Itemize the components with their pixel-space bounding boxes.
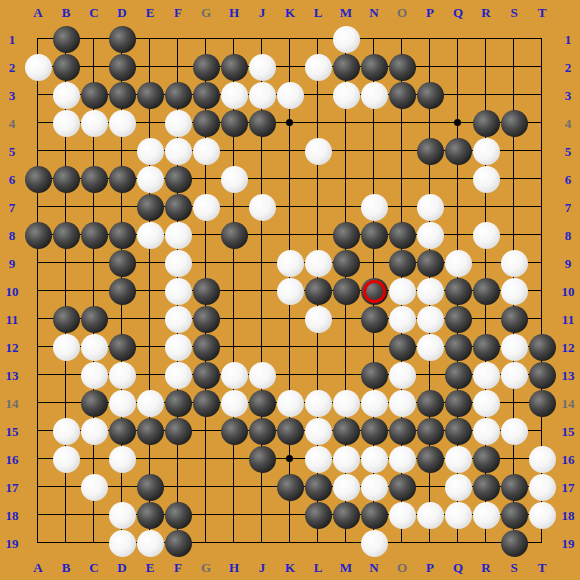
intersection-G8[interactable] (192, 221, 220, 249)
intersection-E6[interactable] (136, 165, 164, 193)
intersection-P12[interactable] (416, 333, 444, 361)
intersection-Q19[interactable] (444, 529, 472, 557)
intersection-C10[interactable] (80, 277, 108, 305)
intersection-R2[interactable] (472, 53, 500, 81)
intersection-E13[interactable] (136, 361, 164, 389)
intersection-T10[interactable] (528, 277, 556, 305)
intersection-Q14[interactable] (444, 389, 472, 417)
intersection-T15[interactable] (528, 417, 556, 445)
intersection-D6[interactable] (108, 165, 136, 193)
intersection-E19[interactable] (136, 529, 164, 557)
intersection-T18[interactable] (528, 501, 556, 529)
intersection-L14[interactable] (304, 389, 332, 417)
intersection-G14[interactable] (192, 389, 220, 417)
intersection-R9[interactable] (472, 249, 500, 277)
intersection-A18[interactable] (24, 501, 52, 529)
intersection-S14[interactable] (500, 389, 528, 417)
intersection-F6[interactable] (164, 165, 192, 193)
intersection-C11[interactable] (80, 305, 108, 333)
intersection-L16[interactable] (304, 445, 332, 473)
intersection-F14[interactable] (164, 389, 192, 417)
intersection-H8[interactable] (220, 221, 248, 249)
intersection-M17[interactable] (332, 473, 360, 501)
intersection-O8[interactable] (388, 221, 416, 249)
intersection-H7[interactable] (220, 193, 248, 221)
intersection-Q13[interactable] (444, 361, 472, 389)
intersection-O5[interactable] (388, 137, 416, 165)
intersection-F4[interactable] (164, 109, 192, 137)
intersection-M3[interactable] (332, 81, 360, 109)
intersection-A5[interactable] (24, 137, 52, 165)
intersection-S18[interactable] (500, 501, 528, 529)
intersection-F3[interactable] (164, 81, 192, 109)
intersection-G6[interactable] (192, 165, 220, 193)
intersection-L5[interactable] (304, 137, 332, 165)
intersection-A15[interactable] (24, 417, 52, 445)
intersection-A7[interactable] (24, 193, 52, 221)
intersection-E18[interactable] (136, 501, 164, 529)
intersection-K14[interactable] (276, 389, 304, 417)
intersection-M7[interactable] (332, 193, 360, 221)
intersection-D19[interactable] (108, 529, 136, 557)
intersection-B17[interactable] (52, 473, 80, 501)
intersection-B3[interactable] (52, 81, 80, 109)
intersection-F1[interactable] (164, 25, 192, 53)
intersection-Q4[interactable] (444, 109, 472, 137)
intersection-L8[interactable] (304, 221, 332, 249)
intersection-Q12[interactable] (444, 333, 472, 361)
intersection-J8[interactable] (248, 221, 276, 249)
intersection-P16[interactable] (416, 445, 444, 473)
intersection-T14[interactable] (528, 389, 556, 417)
intersection-H1[interactable] (220, 25, 248, 53)
intersection-P2[interactable] (416, 53, 444, 81)
intersection-T13[interactable] (528, 361, 556, 389)
intersection-F8[interactable] (164, 221, 192, 249)
intersection-A4[interactable] (24, 109, 52, 137)
intersection-J10[interactable] (248, 277, 276, 305)
intersection-N8[interactable] (360, 221, 388, 249)
intersection-D10[interactable] (108, 277, 136, 305)
intersection-A14[interactable] (24, 389, 52, 417)
intersection-O9[interactable] (388, 249, 416, 277)
intersection-L13[interactable] (304, 361, 332, 389)
intersection-A17[interactable] (24, 473, 52, 501)
intersection-E2[interactable] (136, 53, 164, 81)
intersection-N12[interactable] (360, 333, 388, 361)
intersection-L11[interactable] (304, 305, 332, 333)
intersection-B8[interactable] (52, 221, 80, 249)
intersection-N13[interactable] (360, 361, 388, 389)
intersection-P10[interactable] (416, 277, 444, 305)
intersection-R7[interactable] (472, 193, 500, 221)
intersection-H14[interactable] (220, 389, 248, 417)
intersection-R18[interactable] (472, 501, 500, 529)
intersection-M13[interactable] (332, 361, 360, 389)
intersection-T6[interactable] (528, 165, 556, 193)
intersection-N7[interactable] (360, 193, 388, 221)
intersection-R14[interactable] (472, 389, 500, 417)
intersection-T1[interactable] (528, 25, 556, 53)
intersection-D4[interactable] (108, 109, 136, 137)
intersection-Q11[interactable] (444, 305, 472, 333)
intersection-E11[interactable] (136, 305, 164, 333)
intersection-B11[interactable] (52, 305, 80, 333)
intersection-J12[interactable] (248, 333, 276, 361)
intersection-C4[interactable] (80, 109, 108, 137)
intersection-L17[interactable] (304, 473, 332, 501)
intersection-B4[interactable] (52, 109, 80, 137)
intersection-D14[interactable] (108, 389, 136, 417)
intersection-D15[interactable] (108, 417, 136, 445)
intersection-E7[interactable] (136, 193, 164, 221)
intersection-N15[interactable] (360, 417, 388, 445)
intersection-P3[interactable] (416, 81, 444, 109)
intersection-J2[interactable] (248, 53, 276, 81)
intersection-R15[interactable] (472, 417, 500, 445)
intersection-R10[interactable] (472, 277, 500, 305)
intersection-J13[interactable] (248, 361, 276, 389)
intersection-N4[interactable] (360, 109, 388, 137)
intersection-N11[interactable] (360, 305, 388, 333)
intersection-N10[interactable] (360, 277, 388, 305)
intersection-H15[interactable] (220, 417, 248, 445)
intersection-C13[interactable] (80, 361, 108, 389)
intersection-K8[interactable] (276, 221, 304, 249)
intersection-S16[interactable] (500, 445, 528, 473)
intersection-G19[interactable] (192, 529, 220, 557)
intersection-R16[interactable] (472, 445, 500, 473)
intersection-E4[interactable] (136, 109, 164, 137)
intersection-A1[interactable] (24, 25, 52, 53)
intersection-M10[interactable] (332, 277, 360, 305)
intersection-A2[interactable] (24, 53, 52, 81)
intersection-G2[interactable] (192, 53, 220, 81)
intersection-D13[interactable] (108, 361, 136, 389)
intersection-L7[interactable] (304, 193, 332, 221)
intersection-L12[interactable] (304, 333, 332, 361)
intersection-G11[interactable] (192, 305, 220, 333)
intersection-F5[interactable] (164, 137, 192, 165)
intersection-R11[interactable] (472, 305, 500, 333)
intersection-O6[interactable] (388, 165, 416, 193)
intersection-D12[interactable] (108, 333, 136, 361)
intersection-N19[interactable] (360, 529, 388, 557)
intersection-D5[interactable] (108, 137, 136, 165)
intersection-B2[interactable] (52, 53, 80, 81)
intersection-P4[interactable] (416, 109, 444, 137)
intersection-O13[interactable] (388, 361, 416, 389)
intersection-C9[interactable] (80, 249, 108, 277)
intersection-R5[interactable] (472, 137, 500, 165)
intersection-S2[interactable] (500, 53, 528, 81)
intersection-O17[interactable] (388, 473, 416, 501)
intersection-P5[interactable] (416, 137, 444, 165)
intersection-D11[interactable] (108, 305, 136, 333)
intersection-D8[interactable] (108, 221, 136, 249)
intersection-K10[interactable] (276, 277, 304, 305)
intersection-A6[interactable] (24, 165, 52, 193)
intersection-J15[interactable] (248, 417, 276, 445)
intersection-G5[interactable] (192, 137, 220, 165)
intersection-S17[interactable] (500, 473, 528, 501)
intersection-D3[interactable] (108, 81, 136, 109)
intersection-O11[interactable] (388, 305, 416, 333)
intersection-P13[interactable] (416, 361, 444, 389)
intersection-B19[interactable] (52, 529, 80, 557)
intersection-O7[interactable] (388, 193, 416, 221)
intersection-C8[interactable] (80, 221, 108, 249)
intersection-Q17[interactable] (444, 473, 472, 501)
intersection-P9[interactable] (416, 249, 444, 277)
intersection-Q18[interactable] (444, 501, 472, 529)
intersection-R4[interactable] (472, 109, 500, 137)
intersection-A16[interactable] (24, 445, 52, 473)
intersection-K7[interactable] (276, 193, 304, 221)
intersection-G17[interactable] (192, 473, 220, 501)
intersection-Q3[interactable] (444, 81, 472, 109)
intersection-G13[interactable] (192, 361, 220, 389)
intersection-K4[interactable] (276, 109, 304, 137)
intersection-O14[interactable] (388, 389, 416, 417)
intersection-C19[interactable] (80, 529, 108, 557)
intersection-L18[interactable] (304, 501, 332, 529)
intersection-H6[interactable] (220, 165, 248, 193)
intersection-N5[interactable] (360, 137, 388, 165)
intersection-D7[interactable] (108, 193, 136, 221)
intersection-G12[interactable] (192, 333, 220, 361)
intersection-O19[interactable] (388, 529, 416, 557)
intersection-D2[interactable] (108, 53, 136, 81)
intersection-J14[interactable] (248, 389, 276, 417)
intersection-K13[interactable] (276, 361, 304, 389)
intersection-F2[interactable] (164, 53, 192, 81)
intersection-K17[interactable] (276, 473, 304, 501)
intersection-H19[interactable] (220, 529, 248, 557)
intersection-R19[interactable] (472, 529, 500, 557)
intersection-S3[interactable] (500, 81, 528, 109)
intersection-K1[interactable] (276, 25, 304, 53)
intersection-B14[interactable] (52, 389, 80, 417)
intersection-N6[interactable] (360, 165, 388, 193)
intersection-M11[interactable] (332, 305, 360, 333)
intersection-H10[interactable] (220, 277, 248, 305)
intersection-T5[interactable] (528, 137, 556, 165)
intersection-C12[interactable] (80, 333, 108, 361)
intersection-H18[interactable] (220, 501, 248, 529)
intersection-D17[interactable] (108, 473, 136, 501)
intersection-B6[interactable] (52, 165, 80, 193)
intersection-O16[interactable] (388, 445, 416, 473)
intersection-B15[interactable] (52, 417, 80, 445)
intersection-J7[interactable] (248, 193, 276, 221)
intersection-M19[interactable] (332, 529, 360, 557)
intersection-S4[interactable] (500, 109, 528, 137)
intersection-D1[interactable] (108, 25, 136, 53)
intersection-R17[interactable] (472, 473, 500, 501)
intersection-G1[interactable] (192, 25, 220, 53)
intersection-M6[interactable] (332, 165, 360, 193)
intersection-B1[interactable] (52, 25, 80, 53)
intersection-E3[interactable] (136, 81, 164, 109)
intersection-P15[interactable] (416, 417, 444, 445)
intersection-A12[interactable] (24, 333, 52, 361)
intersection-C14[interactable] (80, 389, 108, 417)
intersection-K5[interactable] (276, 137, 304, 165)
intersection-T17[interactable] (528, 473, 556, 501)
intersection-N1[interactable] (360, 25, 388, 53)
intersection-J11[interactable] (248, 305, 276, 333)
intersection-T8[interactable] (528, 221, 556, 249)
intersection-M4[interactable] (332, 109, 360, 137)
intersection-K12[interactable] (276, 333, 304, 361)
intersection-S12[interactable] (500, 333, 528, 361)
intersection-C17[interactable] (80, 473, 108, 501)
intersection-S6[interactable] (500, 165, 528, 193)
intersection-J17[interactable] (248, 473, 276, 501)
intersection-O12[interactable] (388, 333, 416, 361)
intersection-B5[interactable] (52, 137, 80, 165)
intersection-E10[interactable] (136, 277, 164, 305)
intersection-O2[interactable] (388, 53, 416, 81)
intersection-J1[interactable] (248, 25, 276, 53)
intersection-J19[interactable] (248, 529, 276, 557)
intersection-A8[interactable] (24, 221, 52, 249)
intersection-E1[interactable] (136, 25, 164, 53)
intersection-F17[interactable] (164, 473, 192, 501)
intersection-Q8[interactable] (444, 221, 472, 249)
intersection-S7[interactable] (500, 193, 528, 221)
intersection-E14[interactable] (136, 389, 164, 417)
intersection-H17[interactable] (220, 473, 248, 501)
intersection-M9[interactable] (332, 249, 360, 277)
intersection-N2[interactable] (360, 53, 388, 81)
intersection-C16[interactable] (80, 445, 108, 473)
intersection-T16[interactable] (528, 445, 556, 473)
intersection-C5[interactable] (80, 137, 108, 165)
intersection-Q6[interactable] (444, 165, 472, 193)
intersection-M15[interactable] (332, 417, 360, 445)
intersection-A11[interactable] (24, 305, 52, 333)
intersection-D9[interactable] (108, 249, 136, 277)
intersection-A10[interactable] (24, 277, 52, 305)
intersection-B12[interactable] (52, 333, 80, 361)
intersection-G3[interactable] (192, 81, 220, 109)
intersection-H3[interactable] (220, 81, 248, 109)
intersection-M8[interactable] (332, 221, 360, 249)
intersection-B16[interactable] (52, 445, 80, 473)
intersection-L6[interactable] (304, 165, 332, 193)
intersection-P19[interactable] (416, 529, 444, 557)
intersection-P14[interactable] (416, 389, 444, 417)
intersection-K9[interactable] (276, 249, 304, 277)
intersection-B7[interactable] (52, 193, 80, 221)
intersection-T11[interactable] (528, 305, 556, 333)
intersection-K6[interactable] (276, 165, 304, 193)
intersection-L2[interactable] (304, 53, 332, 81)
intersection-P11[interactable] (416, 305, 444, 333)
intersection-K15[interactable] (276, 417, 304, 445)
intersection-P1[interactable] (416, 25, 444, 53)
intersection-B9[interactable] (52, 249, 80, 277)
intersection-M14[interactable] (332, 389, 360, 417)
intersection-Q1[interactable] (444, 25, 472, 53)
intersection-M16[interactable] (332, 445, 360, 473)
intersection-P8[interactable] (416, 221, 444, 249)
intersection-O1[interactable] (388, 25, 416, 53)
intersection-O3[interactable] (388, 81, 416, 109)
intersection-L1[interactable] (304, 25, 332, 53)
intersection-F7[interactable] (164, 193, 192, 221)
intersection-H12[interactable] (220, 333, 248, 361)
intersection-T9[interactable] (528, 249, 556, 277)
intersection-H13[interactable] (220, 361, 248, 389)
intersection-F13[interactable] (164, 361, 192, 389)
intersection-A3[interactable] (24, 81, 52, 109)
intersection-L3[interactable] (304, 81, 332, 109)
intersection-J18[interactable] (248, 501, 276, 529)
intersection-T12[interactable] (528, 333, 556, 361)
intersection-S8[interactable] (500, 221, 528, 249)
intersection-S13[interactable] (500, 361, 528, 389)
intersection-T7[interactable] (528, 193, 556, 221)
intersection-O15[interactable] (388, 417, 416, 445)
intersection-F16[interactable] (164, 445, 192, 473)
intersection-T2[interactable] (528, 53, 556, 81)
intersection-M5[interactable] (332, 137, 360, 165)
intersection-K16[interactable] (276, 445, 304, 473)
intersection-H5[interactable] (220, 137, 248, 165)
intersection-L15[interactable] (304, 417, 332, 445)
intersection-J9[interactable] (248, 249, 276, 277)
intersection-R1[interactable] (472, 25, 500, 53)
intersection-O4[interactable] (388, 109, 416, 137)
intersection-M12[interactable] (332, 333, 360, 361)
intersection-C18[interactable] (80, 501, 108, 529)
intersection-P6[interactable] (416, 165, 444, 193)
intersection-G9[interactable] (192, 249, 220, 277)
intersection-F15[interactable] (164, 417, 192, 445)
intersection-R6[interactable] (472, 165, 500, 193)
intersection-S19[interactable] (500, 529, 528, 557)
intersection-Q7[interactable] (444, 193, 472, 221)
intersection-K18[interactable] (276, 501, 304, 529)
intersection-L9[interactable] (304, 249, 332, 277)
intersection-L4[interactable] (304, 109, 332, 137)
intersection-O10[interactable] (388, 277, 416, 305)
intersection-M2[interactable] (332, 53, 360, 81)
intersection-F11[interactable] (164, 305, 192, 333)
intersection-E17[interactable] (136, 473, 164, 501)
intersection-N3[interactable] (360, 81, 388, 109)
intersection-G15[interactable] (192, 417, 220, 445)
intersection-J5[interactable] (248, 137, 276, 165)
intersection-E5[interactable] (136, 137, 164, 165)
intersection-H2[interactable] (220, 53, 248, 81)
intersection-P17[interactable] (416, 473, 444, 501)
intersection-K3[interactable] (276, 81, 304, 109)
intersection-F9[interactable] (164, 249, 192, 277)
intersection-T3[interactable] (528, 81, 556, 109)
intersection-G18[interactable] (192, 501, 220, 529)
intersection-E12[interactable] (136, 333, 164, 361)
intersection-H11[interactable] (220, 305, 248, 333)
intersection-A19[interactable] (24, 529, 52, 557)
intersection-Q10[interactable] (444, 277, 472, 305)
intersection-Q2[interactable] (444, 53, 472, 81)
intersection-J6[interactable] (248, 165, 276, 193)
intersection-C7[interactable] (80, 193, 108, 221)
